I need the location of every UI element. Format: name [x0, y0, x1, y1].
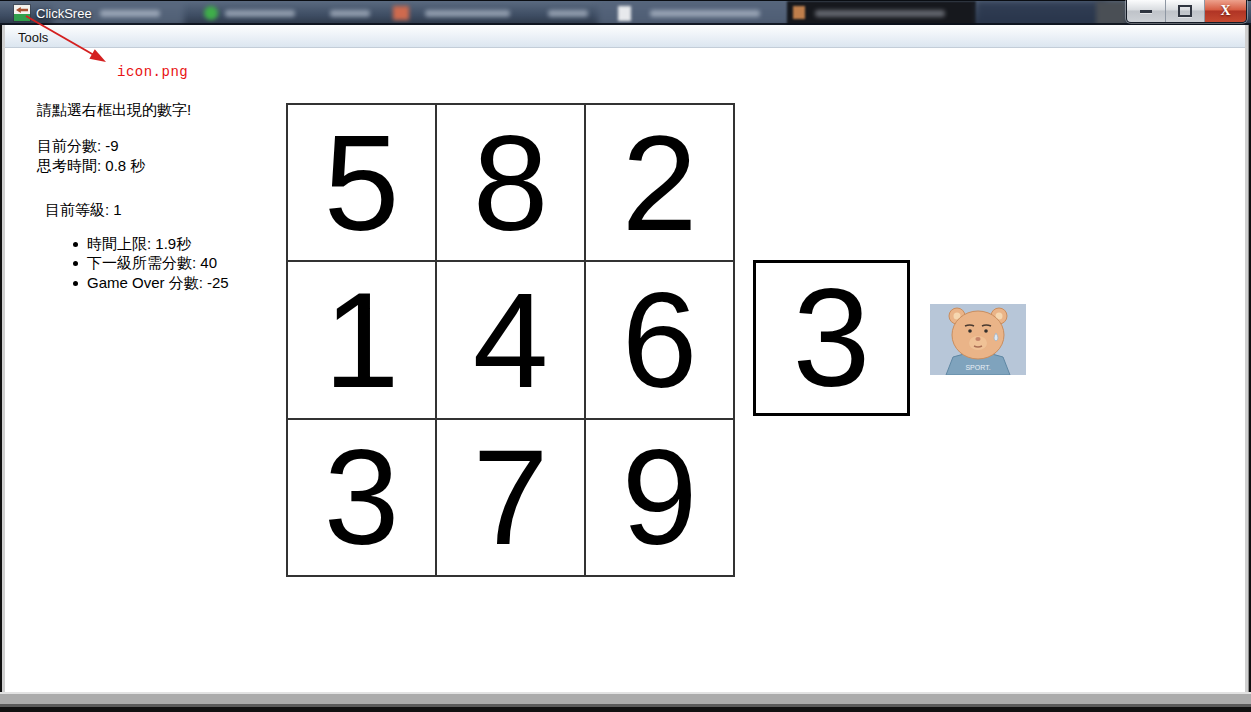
target-number: 3 [793, 268, 871, 408]
level-text: 目前等級: 1 [45, 201, 122, 220]
maximize-button[interactable] [1166, 0, 1205, 22]
glass-blur-band [976, 1, 1106, 25]
bear-nose [975, 337, 980, 341]
rule-time-limit: 時間上限: 1.9秒 [72, 234, 229, 253]
grid-cell-r1c0[interactable]: 1 [287, 261, 436, 418]
mascot-image: SPORT. [930, 304, 1026, 375]
grid-cell-r1c2[interactable]: 6 [585, 261, 734, 418]
window-frame-right [1245, 25, 1251, 712]
glass-green-icon [204, 6, 218, 20]
title-bar[interactable]: ClickSree [0, 0, 1251, 25]
bear-eye-left [968, 329, 972, 333]
window-frame-left [0, 25, 5, 712]
app-icon-arrow-glyph [16, 7, 28, 13]
instruction-text: 請點選右框出現的數字! [37, 101, 191, 120]
close-button[interactable]: X [1205, 0, 1246, 22]
glass-white-icon [618, 6, 631, 21]
window-frame-bottom [0, 692, 1251, 712]
grid-cell-r2c1[interactable]: 7 [436, 419, 585, 576]
level-rules-list: 時間上限: 1.9秒 下一級所需分數: 40 Game Over 分數: -25 [72, 234, 229, 292]
glass-text-streak [425, 10, 510, 17]
number-grid: 5 8 2 1 4 6 3 7 9 [286, 103, 735, 577]
grid-cell-r0c1[interactable]: 8 [436, 104, 585, 261]
glass-orange-icon [393, 6, 409, 20]
window-title: ClickSree [36, 6, 92, 21]
glass-text-streak [225, 10, 295, 17]
think-time-text: 思考時間: 0.8 秒 [37, 157, 145, 176]
target-box: 3 [753, 260, 910, 416]
glass-text-streak [330, 10, 370, 17]
glass-text-streak [815, 10, 945, 17]
grid-cell-r0c2[interactable]: 2 [585, 104, 734, 261]
window-controls: X [1126, 0, 1247, 23]
annotation-label: icon.png [117, 64, 188, 80]
rule-game-over-score: Game Over 分數: -25 [72, 273, 229, 292]
minimize-button[interactable] [1127, 0, 1166, 22]
glass-text-streak [650, 10, 760, 17]
glass-text-streak [548, 10, 588, 17]
rule-next-level-score: 下一級所需分數: 40 [72, 253, 229, 272]
app-icon[interactable] [14, 5, 30, 21]
menu-bar: Tools [2, 25, 1249, 48]
minimize-icon [1140, 10, 1152, 13]
glass-text-streak [100, 10, 160, 17]
close-icon: X [1220, 4, 1230, 18]
grid-cell-r2c2[interactable]: 9 [585, 419, 734, 576]
glass-gray-band [1096, 1, 1126, 25]
grid-cell-r2c0[interactable]: 3 [287, 419, 436, 576]
maximize-icon [1178, 5, 1192, 17]
menu-item-tools[interactable]: Tools [11, 27, 55, 48]
grid-cell-r0c0[interactable]: 5 [287, 104, 436, 261]
glass-orange-icon [793, 6, 805, 19]
grid-cell-r1c1[interactable]: 4 [436, 261, 585, 418]
score-text: 目前分數: -9 [37, 137, 119, 156]
bear-shirt-text: SPORT. [965, 364, 990, 371]
app-icon-green-band [14, 14, 30, 21]
app-window: ClickSree X Tools 請點選右框出現的數字! 目前分數: -9 思… [0, 0, 1251, 712]
bear-eye-right [984, 329, 988, 333]
